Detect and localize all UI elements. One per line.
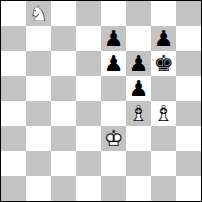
square-e3[interactable]: ♚♔ [101,126,126,151]
square-h4[interactable] [176,101,201,126]
square-a8[interactable] [1,1,26,26]
square-c7[interactable] [51,26,76,51]
square-f6[interactable]: ♟ [126,51,151,76]
piece-white-king: ♚♔ [101,126,126,151]
square-a3[interactable] [1,126,26,151]
square-e7[interactable]: ♟ [101,26,126,51]
square-a7[interactable] [1,26,26,51]
square-c5[interactable] [51,76,76,101]
square-f2[interactable] [126,151,151,176]
square-d7[interactable] [76,26,101,51]
square-c4[interactable] [51,101,76,126]
square-c2[interactable] [51,151,76,176]
square-b3[interactable] [26,126,51,151]
piece-white-bishop: ♝♗ [126,101,151,126]
square-c3[interactable] [51,126,76,151]
square-f7[interactable] [126,26,151,51]
square-b1[interactable] [26,176,51,201]
square-g8[interactable] [151,1,176,26]
square-c8[interactable] [51,1,76,26]
square-a4[interactable] [1,101,26,126]
square-b8[interactable]: ♞♘ [26,1,51,26]
square-h3[interactable] [176,126,201,151]
square-a6[interactable] [1,51,26,76]
square-b7[interactable] [26,26,51,51]
square-g7[interactable]: ♟ [151,26,176,51]
square-d3[interactable] [76,126,101,151]
piece-black-king: ♚ [151,51,176,76]
square-g2[interactable] [151,151,176,176]
square-h2[interactable] [176,151,201,176]
piece-black-pawn: ♟ [101,26,126,51]
square-h5[interactable] [176,76,201,101]
square-e8[interactable] [101,1,126,26]
square-g6[interactable]: ♚ [151,51,176,76]
square-e4[interactable] [101,101,126,126]
square-b6[interactable] [26,51,51,76]
chess-board: ♞♘♟♟♟♟♚♟♝♗♝♗♚♔ [0,0,202,202]
square-g3[interactable] [151,126,176,151]
square-h6[interactable] [176,51,201,76]
piece-black-pawn: ♟ [126,51,151,76]
piece-black-pawn: ♟ [126,76,151,101]
white-king-icon: ♔ [101,126,126,151]
square-d4[interactable] [76,101,101,126]
square-g4[interactable]: ♝♗ [151,101,176,126]
piece-black-pawn: ♟ [101,51,126,76]
square-f5[interactable]: ♟ [126,76,151,101]
square-c1[interactable] [51,176,76,201]
square-h7[interactable] [176,26,201,51]
square-d6[interactable] [76,51,101,76]
white-bishop-icon: ♗ [151,101,176,126]
square-f3[interactable] [126,126,151,151]
square-f4[interactable]: ♝♗ [126,101,151,126]
square-b5[interactable] [26,76,51,101]
square-c6[interactable] [51,51,76,76]
square-d2[interactable] [76,151,101,176]
square-a1[interactable] [1,176,26,201]
square-f1[interactable] [126,176,151,201]
piece-white-bishop: ♝♗ [151,101,176,126]
square-h8[interactable] [176,1,201,26]
square-a5[interactable] [1,76,26,101]
piece-black-pawn: ♟ [151,26,176,51]
square-h1[interactable] [176,176,201,201]
square-f8[interactable] [126,1,151,26]
white-bishop-icon: ♗ [126,101,151,126]
square-e2[interactable] [101,151,126,176]
square-b4[interactable] [26,101,51,126]
square-g5[interactable] [151,76,176,101]
square-g1[interactable] [151,176,176,201]
square-d5[interactable] [76,76,101,101]
square-e5[interactable] [101,76,126,101]
piece-white-knight: ♞♘ [26,1,51,26]
square-b2[interactable] [26,151,51,176]
square-d1[interactable] [76,176,101,201]
white-knight-icon: ♘ [26,1,51,26]
square-e1[interactable] [101,176,126,201]
square-a2[interactable] [1,151,26,176]
square-e6[interactable]: ♟ [101,51,126,76]
square-d8[interactable] [76,1,101,26]
